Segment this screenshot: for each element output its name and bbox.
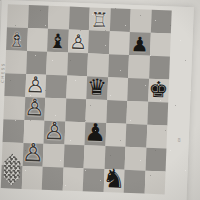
square-e2[interactable] — [84, 145, 105, 169]
square-f5[interactable] — [107, 77, 128, 101]
square-a6[interactable] — [5, 50, 26, 74]
square-b1[interactable] — [21, 166, 42, 190]
square-a5[interactable] — [4, 73, 25, 97]
piece-black-knight-f1[interactable]: ♞ — [102, 165, 126, 192]
square-e8[interactable]: ♖ — [89, 7, 110, 31]
square-e7[interactable] — [88, 30, 109, 54]
square-a3[interactable] — [3, 119, 24, 143]
square-f4[interactable] — [106, 100, 127, 124]
piece-white-pawn-d7[interactable]: ♙ — [69, 32, 88, 53]
chess-board-photo: CHESS 8 ♖♗♝♙♟♙♛♚♙♙♟♙♞ — [0, 0, 200, 200]
square-g3[interactable] — [125, 124, 146, 148]
square-b2[interactable]: ♙ — [22, 143, 43, 167]
square-b8[interactable] — [27, 5, 48, 29]
square-g4[interactable] — [126, 101, 147, 125]
square-f7[interactable] — [109, 31, 130, 55]
square-f8[interactable] — [109, 8, 130, 32]
square-e5[interactable]: ♛ — [86, 76, 107, 100]
square-f1[interactable]: ♞ — [103, 169, 124, 193]
square-g2[interactable] — [125, 147, 146, 171]
square-h7[interactable] — [149, 33, 170, 57]
square-h2[interactable] — [145, 148, 166, 172]
square-g5[interactable] — [127, 78, 148, 102]
square-c1[interactable] — [42, 167, 63, 191]
piece-black-queen-e5[interactable]: ♛ — [87, 76, 108, 99]
square-c8[interactable] — [48, 6, 69, 30]
square-d5[interactable] — [66, 76, 87, 100]
square-h4[interactable] — [147, 102, 168, 126]
square-d8[interactable] — [68, 7, 89, 31]
square-c7[interactable]: ♝ — [47, 29, 68, 53]
square-d7[interactable]: ♙ — [68, 30, 89, 54]
square-g7[interactable]: ♟ — [129, 32, 150, 56]
piece-black-king-h5[interactable]: ♚ — [148, 79, 169, 102]
piece-white-bishop-a7[interactable]: ♗ — [7, 29, 26, 50]
square-a8[interactable] — [7, 4, 28, 28]
square-a4[interactable] — [3, 96, 24, 120]
square-d6[interactable] — [67, 53, 88, 77]
border-mark: 8 — [177, 137, 180, 143]
piece-black-bishop-c7[interactable]: ♝ — [48, 31, 67, 52]
square-g1[interactable] — [124, 170, 145, 194]
chess-board: CHESS 8 ♖♗♝♙♟♙♛♚♙♙♟♙♞ — [0, 0, 194, 200]
square-h1[interactable] — [144, 171, 165, 195]
square-c3[interactable]: ♙ — [44, 121, 65, 145]
square-b7[interactable] — [27, 28, 48, 52]
square-d4[interactable] — [65, 99, 86, 123]
square-g6[interactable] — [128, 55, 149, 79]
square-h8[interactable] — [150, 10, 171, 34]
square-f6[interactable] — [108, 54, 129, 78]
square-d3[interactable] — [64, 122, 85, 146]
piece-black-pawn-g7[interactable]: ♟ — [130, 34, 149, 55]
piece-white-rook-e8[interactable]: ♖ — [90, 9, 109, 30]
square-c5[interactable] — [45, 75, 66, 99]
piece-white-pawn-b2[interactable]: ♙ — [21, 140, 44, 166]
square-h5[interactable]: ♚ — [148, 79, 169, 103]
piece-black-pawn-e3[interactable]: ♟ — [84, 120, 106, 145]
square-e3[interactable]: ♟ — [84, 122, 105, 146]
square-a7[interactable]: ♗ — [6, 27, 27, 51]
square-c6[interactable] — [46, 52, 67, 76]
square-d1[interactable] — [62, 167, 83, 191]
square-d2[interactable] — [63, 144, 84, 168]
square-f3[interactable] — [105, 123, 126, 147]
board-grid: ♖♗♝♙♟♙♛♚♙♙♟♙♞ — [1, 4, 172, 194]
piece-white-pawn-b4[interactable]: ♙ — [24, 96, 45, 120]
piece-white-pawn-c3[interactable]: ♙ — [43, 119, 65, 144]
board-brand-text: CHESS — [0, 62, 6, 83]
square-g8[interactable] — [130, 9, 151, 33]
square-h3[interactable] — [146, 125, 167, 149]
square-c2[interactable] — [43, 144, 64, 168]
square-e1[interactable] — [83, 168, 104, 192]
square-b4[interactable]: ♙ — [24, 97, 45, 121]
